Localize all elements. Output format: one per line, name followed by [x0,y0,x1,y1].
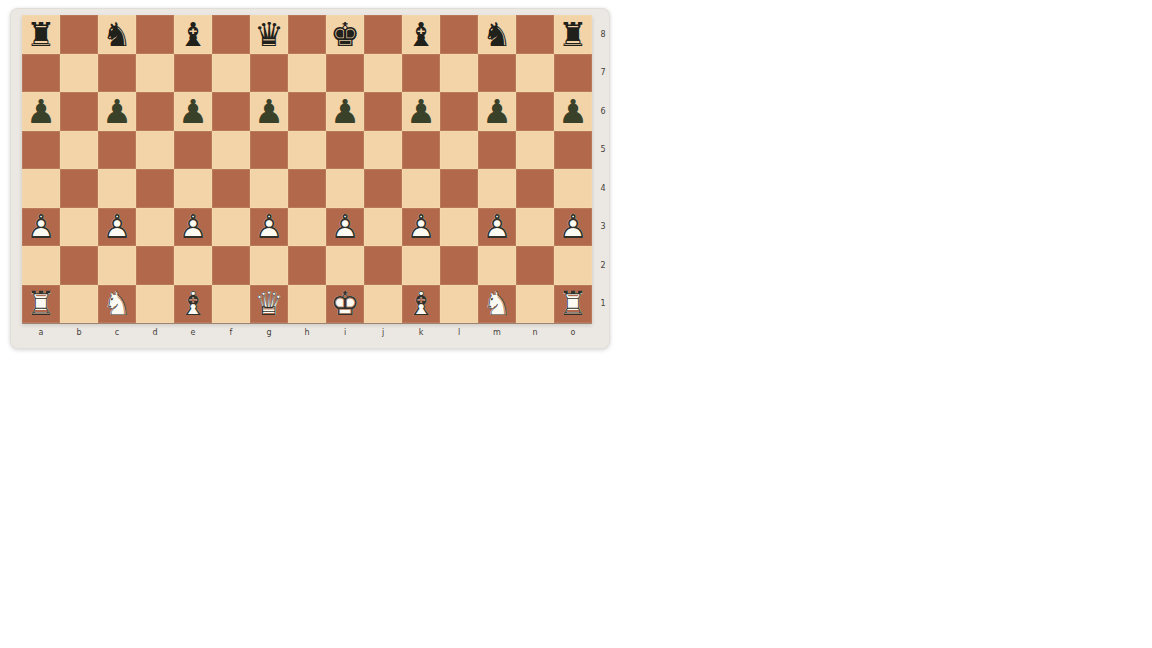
square-k2[interactable] [402,246,440,285]
black-bishop[interactable]: ♝ [174,15,212,54]
square-n3[interactable] [516,208,554,247]
file-label-b: b [60,327,98,339]
square-n8[interactable] [516,15,554,54]
square-b3[interactable] [60,208,98,247]
square-n6[interactable] [516,92,554,131]
file-label-o: o [554,327,592,339]
black-bishop[interactable]: ♝ [402,15,440,54]
white-knight-outline: ♘ [98,285,136,324]
square-j8[interactable] [364,15,402,54]
square-j2[interactable] [364,246,402,285]
black-pawn[interactable]: ♟ [554,92,592,131]
white-pawn[interactable]: ♟♙ [554,208,592,247]
square-h8[interactable] [288,15,326,54]
white-rook[interactable]: ♜♖ [554,285,592,324]
square-o7[interactable] [554,54,592,93]
black-knight[interactable]: ♞ [98,15,136,54]
square-e7[interactable] [174,54,212,93]
white-pawn-outline: ♙ [478,208,516,247]
square-f4[interactable] [212,169,250,208]
file-label-n: n [516,327,554,339]
white-queen[interactable]: ♛♕ [250,285,288,324]
square-m6[interactable]: ♟ [478,92,516,131]
white-pawn[interactable]: ♟♙ [98,208,136,247]
square-a6[interactable]: ♟ [22,92,60,131]
square-l2[interactable] [440,246,478,285]
white-rook-outline: ♖ [554,285,592,324]
square-j1[interactable] [364,285,402,324]
square-d4[interactable] [136,169,174,208]
square-c7[interactable] [98,54,136,93]
square-o2[interactable] [554,246,592,285]
white-bishop-outline: ♗ [174,285,212,324]
black-pawn[interactable]: ♟ [478,92,516,131]
square-g1[interactable]: ♛♕ [250,285,288,324]
square-k4[interactable] [402,169,440,208]
square-d7[interactable] [136,54,174,93]
square-n5[interactable] [516,131,554,170]
file-label-a: a [22,327,60,339]
rank-label-2: 2 [596,246,610,285]
black-rook[interactable]: ♜ [554,15,592,54]
square-o5[interactable] [554,131,592,170]
white-pawn[interactable]: ♟♙ [174,208,212,247]
square-a2[interactable] [22,246,60,285]
rank-label-8: 8 [596,15,610,54]
square-n7[interactable] [516,54,554,93]
white-bishop[interactable]: ♝♗ [402,285,440,324]
square-i6[interactable]: ♟ [326,92,364,131]
black-queen[interactable]: ♛ [250,15,288,54]
board-mat: ♜♞♝♛♚♝♞♜♟♟♟♟♟♟♟♟♟♙♟♙♟♙♟♙♟♙♟♙♟♙♟♙♜♖♞♘♝♗♛♕… [10,8,610,349]
square-m2[interactable] [478,246,516,285]
square-k8[interactable]: ♝ [402,15,440,54]
chess-board: ♜♞♝♛♚♝♞♜♟♟♟♟♟♟♟♟♟♙♟♙♟♙♟♙♟♙♟♙♟♙♟♙♜♖♞♘♝♗♛♕… [22,15,592,323]
file-label-e: e [174,327,212,339]
square-h3[interactable] [288,208,326,247]
square-l6[interactable] [440,92,478,131]
square-k3[interactable]: ♟♙ [402,208,440,247]
square-g6[interactable]: ♟ [250,92,288,131]
square-n4[interactable] [516,169,554,208]
white-pawn-outline: ♙ [22,208,60,247]
white-knight[interactable]: ♞♘ [98,285,136,324]
square-d8[interactable] [136,15,174,54]
square-d3[interactable] [136,208,174,247]
rank-label-6: 6 [596,92,610,131]
square-m3[interactable]: ♟♙ [478,208,516,247]
square-o4[interactable] [554,169,592,208]
square-h7[interactable] [288,54,326,93]
square-b2[interactable] [60,246,98,285]
square-j7[interactable] [364,54,402,93]
white-pawn-outline: ♙ [402,208,440,247]
square-f8[interactable] [212,15,250,54]
square-o3[interactable]: ♟♙ [554,208,592,247]
square-o8[interactable]: ♜ [554,15,592,54]
square-e2[interactable] [174,246,212,285]
square-n1[interactable] [516,285,554,324]
square-n2[interactable] [516,246,554,285]
square-a4[interactable] [22,169,60,208]
white-pawn-outline: ♙ [326,208,364,247]
white-pawn-outline: ♙ [250,208,288,247]
white-pawn[interactable]: ♟♙ [402,208,440,247]
white-knight-outline: ♘ [478,285,516,324]
square-j4[interactable] [364,169,402,208]
square-h5[interactable] [288,131,326,170]
square-g3[interactable]: ♟♙ [250,208,288,247]
square-a1[interactable]: ♜♖ [22,285,60,324]
square-h6[interactable] [288,92,326,131]
square-e1[interactable]: ♝♗ [174,285,212,324]
square-d5[interactable] [136,131,174,170]
square-f6[interactable] [212,92,250,131]
square-h4[interactable] [288,169,326,208]
black-pawn[interactable]: ♟ [98,92,136,131]
rank-label-1: 1 [596,285,610,324]
black-pawn[interactable]: ♟ [174,92,212,131]
file-label-i: i [326,327,364,339]
square-k7[interactable] [402,54,440,93]
square-k1[interactable]: ♝♗ [402,285,440,324]
square-d1[interactable] [136,285,174,324]
square-e8[interactable]: ♝ [174,15,212,54]
file-label-f: f [212,327,250,339]
square-h2[interactable] [288,246,326,285]
square-m1[interactable]: ♞♘ [478,285,516,324]
square-g4[interactable] [250,169,288,208]
black-pawn[interactable]: ♟ [326,92,364,131]
square-j3[interactable] [364,208,402,247]
square-f3[interactable] [212,208,250,247]
black-pawn[interactable]: ♟ [22,92,60,131]
square-k5[interactable] [402,131,440,170]
white-queen-outline: ♕ [250,285,288,324]
white-pawn[interactable]: ♟♙ [22,208,60,247]
square-e6[interactable]: ♟ [174,92,212,131]
square-e3[interactable]: ♟♙ [174,208,212,247]
square-l7[interactable] [440,54,478,93]
square-g8[interactable]: ♛ [250,15,288,54]
square-i4[interactable] [326,169,364,208]
black-knight[interactable]: ♞ [478,15,516,54]
white-pawn[interactable]: ♟♙ [478,208,516,247]
white-pawn[interactable]: ♟♙ [326,208,364,247]
square-c1[interactable]: ♞♘ [98,285,136,324]
square-e5[interactable] [174,131,212,170]
white-pawn-outline: ♙ [98,208,136,247]
white-rook-outline: ♖ [22,285,60,324]
square-m8[interactable]: ♞ [478,15,516,54]
white-pawn-outline: ♙ [174,208,212,247]
white-pawn-outline: ♙ [554,208,592,247]
file-label-l: l [440,327,478,339]
white-knight[interactable]: ♞♘ [478,285,516,324]
square-d2[interactable] [136,246,174,285]
square-l4[interactable] [440,169,478,208]
file-label-d: d [136,327,174,339]
square-m4[interactable] [478,169,516,208]
black-king[interactable]: ♚ [326,15,364,54]
white-bishop[interactable]: ♝♗ [174,285,212,324]
rank-label-3: 3 [596,208,610,247]
square-c8[interactable]: ♞ [98,15,136,54]
square-j5[interactable] [364,131,402,170]
square-h1[interactable] [288,285,326,324]
square-g5[interactable] [250,131,288,170]
white-bishop-outline: ♗ [402,285,440,324]
black-rook[interactable]: ♜ [22,15,60,54]
square-i8[interactable]: ♚ [326,15,364,54]
square-a7[interactable] [22,54,60,93]
square-i2[interactable] [326,246,364,285]
rank-label-7: 7 [596,54,610,93]
white-pawn[interactable]: ♟♙ [250,208,288,247]
white-rook[interactable]: ♜♖ [22,285,60,324]
square-f1[interactable] [212,285,250,324]
file-label-k: k [402,327,440,339]
square-l5[interactable] [440,131,478,170]
square-f2[interactable] [212,246,250,285]
file-label-m: m [478,327,516,339]
square-c3[interactable]: ♟♙ [98,208,136,247]
square-c4[interactable] [98,169,136,208]
square-l8[interactable] [440,15,478,54]
black-pawn[interactable]: ♟ [402,92,440,131]
file-label-h: h [288,327,326,339]
square-b7[interactable] [60,54,98,93]
square-b4[interactable] [60,169,98,208]
square-j6[interactable] [364,92,402,131]
square-i5[interactable] [326,131,364,170]
square-g7[interactable] [250,54,288,93]
file-label-g: g [250,327,288,339]
square-m5[interactable] [478,131,516,170]
square-i7[interactable] [326,54,364,93]
square-c6[interactable]: ♟ [98,92,136,131]
square-b6[interactable] [60,92,98,131]
file-label-j: j [364,327,402,339]
square-c2[interactable] [98,246,136,285]
file-labels: abcdefghijklmno [22,327,592,339]
square-o1[interactable]: ♜♖ [554,285,592,324]
white-king-outline: ♔ [326,285,364,324]
square-b1[interactable] [60,285,98,324]
square-f5[interactable] [212,131,250,170]
square-k6[interactable]: ♟ [402,92,440,131]
file-label-c: c [98,327,136,339]
square-l3[interactable] [440,208,478,247]
square-o6[interactable]: ♟ [554,92,592,131]
rank-labels: 87654321 [596,15,610,323]
rank-label-4: 4 [596,169,610,208]
square-m7[interactable] [478,54,516,93]
square-c5[interactable] [98,131,136,170]
white-king[interactable]: ♚♔ [326,285,364,324]
square-a3[interactable]: ♟♙ [22,208,60,247]
square-e4[interactable] [174,169,212,208]
square-g2[interactable] [250,246,288,285]
square-d6[interactable] [136,92,174,131]
square-f7[interactable] [212,54,250,93]
black-pawn[interactable]: ♟ [250,92,288,131]
square-a8[interactable]: ♜ [22,15,60,54]
square-b5[interactable] [60,131,98,170]
square-a5[interactable] [22,131,60,170]
square-i1[interactable]: ♚♔ [326,285,364,324]
square-l1[interactable] [440,285,478,324]
rank-label-5: 5 [596,131,610,170]
square-b8[interactable] [60,15,98,54]
square-i3[interactable]: ♟♙ [326,208,364,247]
